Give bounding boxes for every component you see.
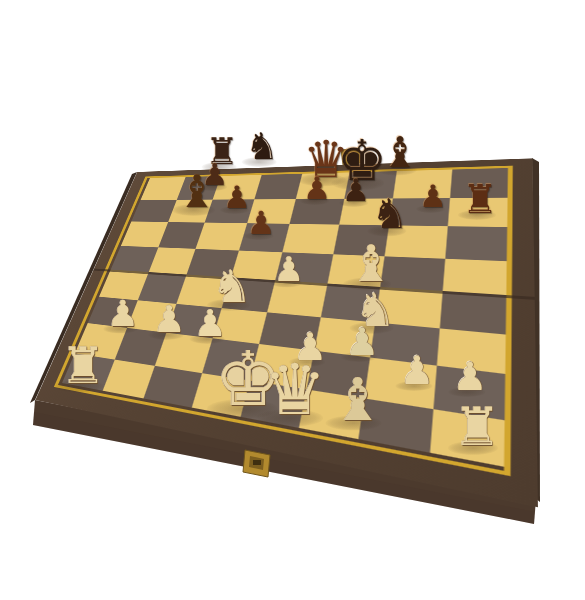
piece-white-rook-a1: ♜: [61, 341, 106, 391]
piece-white-bishop-f4: ♝: [349, 239, 394, 289]
piece-white-pawn-a2: ♟: [107, 296, 139, 332]
piece-white-bishop-f1: ♝: [332, 370, 385, 429]
piece-black-rook-h6: ♜: [462, 179, 498, 219]
piece-white-rook-h1: ♜: [453, 400, 501, 453]
piece-black-bishop-b6: ♝: [177, 169, 217, 214]
piece-white-pawn-b2: ♟: [152, 301, 185, 338]
piece-white-pawn-f2: ♟: [345, 323, 379, 361]
piece-black-pawn-c5: ♟: [247, 207, 276, 239]
piece-black-knight-f6: ♞: [372, 194, 409, 235]
piece-white-pawn-d4: ♟: [274, 252, 304, 286]
pieces-layer: ♞♜♝♛♚♟♟♟♟♝♟♜♞♟♟♝♞♞♟♟♟♟♟♜♟♟♚♛♝♜: [0, 0, 585, 600]
piece-black-knight-c8: ♞: [245, 128, 278, 165]
chess-set-photo: ♞♜♝♛♚♟♟♟♟♝♟♜♞♟♟♝♞♞♟♟♟♟♟♜♟♟♚♛♝♜: [0, 0, 585, 600]
piece-black-pawn-d7: ♟: [303, 173, 331, 204]
piece-white-pawn-h2: ♟: [453, 357, 488, 396]
piece-white-pawn-g2: ♟: [400, 351, 435, 390]
piece-white-queen-e1: ♛: [264, 355, 327, 425]
piece-black-pawn-e7: ♟: [342, 175, 370, 206]
piece-black-pawn-g7: ♟: [419, 181, 447, 212]
